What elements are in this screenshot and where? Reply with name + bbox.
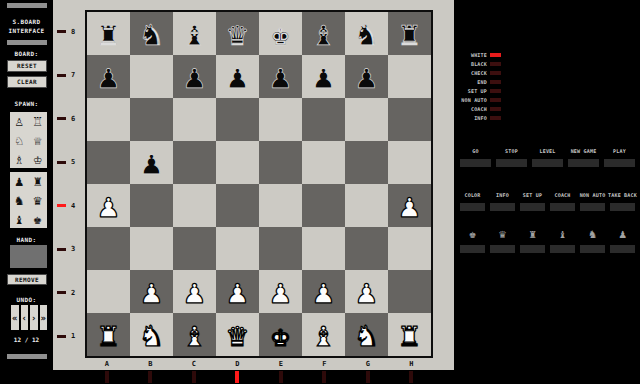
redo-to-end-button[interactable]: » [40, 305, 48, 330]
led-label-check: CHECK [471, 70, 487, 76]
rank-cursor-dash-8 [57, 30, 66, 33]
square-g5[interactable] [345, 141, 388, 184]
piece-wr: ♜ [400, 318, 420, 351]
undo-step-button[interactable]: ‹ [21, 305, 29, 330]
piece-bp: ♟ [228, 60, 248, 93]
file-tick-holder-a [85, 371, 129, 384]
king-button-icon: ♚ [469, 227, 476, 241]
level-button[interactable] [532, 159, 563, 167]
ctrl-label-go: GO [472, 148, 478, 154]
file-label-f: F [303, 359, 347, 370]
rank-cursor-dash-6 [57, 117, 66, 120]
file-cursor-tick-g [366, 371, 370, 383]
go-button[interactable] [460, 159, 491, 167]
piece-wn: ♞ [357, 318, 377, 351]
rank-cursor-dash-4 [57, 204, 66, 207]
spawn-white-palette: ♙♖♘♕♗♔ [10, 112, 47, 168]
led-row-check: CHECK [454, 68, 501, 77]
led-row-coach: COACH [454, 104, 501, 113]
rank-label-4: 4 [71, 202, 75, 210]
led-label-black: BLACK [471, 61, 487, 67]
square-c3[interactable] [173, 227, 216, 270]
rook-button-icon: ♜ [529, 227, 536, 241]
square-a6[interactable] [87, 98, 130, 141]
rank-row-4: 4 [53, 184, 85, 228]
piece-bb: ♝ [314, 17, 334, 50]
knight-button-group: ♞ [580, 227, 605, 253]
square-d1[interactable]: ♛ [216, 313, 259, 356]
square-h4[interactable]: ♟ [388, 184, 431, 227]
left-sidebar: S.BOARD INTERFACE BOARD: RESET CLEAR SPA… [0, 0, 53, 384]
square-a1[interactable]: ♜ [87, 313, 130, 356]
ctrl-label-set-up: SET UP [523, 192, 542, 198]
square-c7[interactable]: ♟ [173, 55, 216, 98]
piece-bp: ♟ [142, 146, 162, 179]
queen-button-group: ♛ [490, 227, 515, 253]
square-c2[interactable]: ♟ [173, 270, 216, 313]
piece-wb: ♝ [185, 318, 205, 351]
piece-wp: ♟ [142, 275, 162, 308]
square-g1[interactable]: ♞ [345, 313, 388, 356]
led-check [490, 71, 501, 75]
ctrl-new-game: NEW GAME [568, 148, 599, 167]
square-a7[interactable]: ♟ [87, 55, 130, 98]
color-button[interactable] [460, 203, 485, 211]
led-label-coach: COACH [471, 106, 487, 112]
rank-row-1: 1 [53, 315, 85, 359]
reset-button[interactable]: RESET [7, 60, 47, 72]
spawn-black-rook[interactable]: ♜ [29, 172, 48, 191]
led-label-set-up: SET UP [468, 88, 487, 94]
square-g8[interactable]: ♞ [345, 12, 388, 55]
spawn-white-bishop[interactable]: ♗ [10, 149, 29, 168]
piece-wp: ♟ [271, 275, 291, 308]
piece-wr: ♜ [99, 318, 119, 351]
led-coach [490, 107, 501, 111]
app-title-line1: S.BOARD [0, 17, 53, 26]
undo-controls: «‹›» [11, 305, 47, 330]
remove-button[interactable]: REMOVE [7, 274, 47, 285]
square-h1[interactable]: ♜ [388, 313, 431, 356]
spawn-white-queen[interactable]: ♕ [29, 131, 48, 150]
right-sidebar: WHITEBLACKCHECKENDSET UPNON AUTOCOACHINF… [454, 0, 640, 384]
ctrl-take-back: TAKE BACK [610, 192, 635, 211]
rank-cursor-dash-3 [57, 248, 66, 251]
square-b2[interactable]: ♟ [130, 270, 173, 313]
file-labels: ABCDEFGH [85, 359, 433, 370]
file-tick-holder-c [172, 371, 216, 384]
led-row-white: WHITE [454, 50, 501, 59]
square-g2[interactable]: ♟ [345, 270, 388, 313]
spawn-black-queen[interactable]: ♛ [29, 191, 48, 210]
spawn-white-rook[interactable]: ♖ [29, 112, 48, 131]
square-d2[interactable]: ♟ [216, 270, 259, 313]
square-a3[interactable] [87, 227, 130, 270]
square-a2[interactable] [87, 270, 130, 313]
file-label-g: G [346, 359, 390, 370]
piece-bp: ♟ [357, 60, 377, 93]
piece-wp: ♟ [228, 275, 248, 308]
square-h8[interactable]: ♜ [388, 12, 431, 55]
file-label-c: C [172, 359, 216, 370]
stop-button[interactable] [496, 159, 527, 167]
square-b8[interactable]: ♞ [130, 12, 173, 55]
app-title-line2: INTERFACE [0, 26, 53, 35]
ctrl-label-new-game: NEW GAME [571, 148, 597, 154]
spawn-white-pawn[interactable]: ♙ [10, 112, 29, 131]
rook-button[interactable] [520, 245, 545, 253]
square-f5[interactable] [302, 141, 345, 184]
rank-row-6: 6 [53, 97, 85, 141]
file-cursor-tick-a [105, 371, 109, 383]
file-tick-holder-g [346, 371, 390, 384]
piece-wb: ♝ [314, 318, 334, 351]
piece-wp: ♟ [99, 189, 119, 222]
ctrl-stop: STOP [496, 148, 527, 167]
file-label-e: E [259, 359, 303, 370]
piece-bn: ♞ [357, 17, 377, 50]
ctrl-go: GO [460, 148, 491, 167]
square-a8[interactable]: ♜ [87, 12, 130, 55]
redo-step-button[interactable]: › [30, 305, 38, 330]
square-h6[interactable] [388, 98, 431, 141]
ctrl-label-play: PLAY [613, 148, 626, 154]
led-row-non-auto: NON AUTO [454, 95, 501, 104]
sboard-interface-app: 87654321 ♜♞♝♛♚♝♞♜♟♟♟♟♟♟♟♟♟♟♟♟♟♟♟♜♞♝♛♚♝♞♜… [0, 0, 640, 384]
piece-bp: ♟ [314, 60, 334, 93]
square-h3[interactable] [388, 227, 431, 270]
rank-row-7: 7 [53, 54, 85, 98]
piece-bp: ♟ [271, 60, 291, 93]
rank-label-6: 6 [71, 115, 75, 123]
square-h2[interactable] [388, 270, 431, 313]
square-e7[interactable]: ♟ [259, 55, 302, 98]
status-led-panel: WHITEBLACKCHECKENDSET UPNON AUTOCOACHINF… [454, 50, 501, 122]
piece-bq: ♛ [228, 17, 248, 50]
ctrl-label-stop: STOP [505, 148, 518, 154]
pawn-button[interactable] [610, 245, 635, 253]
square-h5[interactable] [388, 141, 431, 184]
undo-to-start-button[interactable]: « [11, 305, 19, 330]
spawn-black-king[interactable]: ♚ [29, 209, 48, 228]
square-c1[interactable]: ♝ [173, 313, 216, 356]
piece-wn: ♞ [142, 318, 162, 351]
queen-button-icon: ♛ [499, 227, 506, 241]
ctrl-label-take-back: TAKE BACK [608, 192, 637, 198]
led-info [490, 116, 501, 120]
new-game-button[interactable] [568, 159, 599, 167]
rank-cursor-dash-2 [57, 291, 66, 294]
ctrl-play: PLAY [604, 148, 635, 167]
square-g7[interactable]: ♟ [345, 55, 388, 98]
ctrl-level: LEVEL [532, 148, 563, 167]
spawn-black-knight[interactable]: ♞ [10, 191, 29, 210]
divider-bar [7, 3, 47, 8]
square-f3[interactable] [302, 227, 345, 270]
square-d7[interactable]: ♟ [216, 55, 259, 98]
file-cursor-tick-h [409, 371, 413, 383]
take-back-button[interactable] [610, 203, 635, 211]
rank-labels: 87654321 [53, 10, 85, 358]
info-button[interactable] [490, 203, 515, 211]
square-e4[interactable] [259, 184, 302, 227]
square-b6[interactable] [130, 98, 173, 141]
piece-wp: ♟ [357, 275, 377, 308]
file-cursor-tick-d [235, 371, 239, 383]
rank-row-3: 3 [53, 228, 85, 272]
king-button-group: ♚ [460, 227, 485, 253]
square-g4[interactable] [345, 184, 388, 227]
piece-wq: ♛ [228, 318, 248, 351]
square-e6[interactable] [259, 98, 302, 141]
ctrl-non-auto: NON AUTO [580, 192, 605, 211]
led-row-black: BLACK [454, 59, 501, 68]
rank-row-8: 8 [53, 10, 85, 54]
rank-row-2: 2 [53, 271, 85, 315]
square-c6[interactable] [173, 98, 216, 141]
file-label-b: B [129, 359, 173, 370]
file-tick-holder-d [216, 371, 260, 384]
file-cursor-tick-f [322, 371, 326, 383]
rank-label-8: 8 [71, 28, 75, 36]
king-button[interactable] [460, 245, 485, 253]
square-d6[interactable] [216, 98, 259, 141]
rook-button-group: ♜ [520, 227, 545, 253]
led-label-info: INFO [474, 115, 487, 121]
square-d8[interactable]: ♛ [216, 12, 259, 55]
clear-button[interactable]: CLEAR [7, 76, 47, 88]
spawn-black-pawn[interactable]: ♟ [10, 172, 29, 191]
square-g3[interactable] [345, 227, 388, 270]
piece-wk: ♚ [271, 318, 291, 351]
square-f7[interactable]: ♟ [302, 55, 345, 98]
piece-wp: ♟ [185, 275, 205, 308]
bishop-button-group: ♝ [550, 227, 575, 253]
led-white [490, 53, 501, 57]
board-section-label: BOARD: [0, 50, 53, 57]
piece-br: ♜ [99, 17, 119, 50]
pawn-button-group: ♟ [610, 227, 635, 253]
square-e8[interactable]: ♚ [259, 12, 302, 55]
piece-bp: ♟ [99, 60, 119, 93]
led-label-non-auto: NON AUTO [461, 97, 487, 103]
piece-bn: ♞ [142, 17, 162, 50]
square-f8[interactable]: ♝ [302, 12, 345, 55]
rank-label-7: 7 [71, 71, 75, 79]
square-a5[interactable] [87, 141, 130, 184]
piece-br: ♜ [400, 17, 420, 50]
knight-button[interactable] [580, 245, 605, 253]
ctrl-coach: COACH [550, 192, 575, 211]
square-d3[interactable] [216, 227, 259, 270]
play-button[interactable] [604, 159, 635, 167]
rank-label-5: 5 [71, 158, 75, 166]
square-h7[interactable] [388, 55, 431, 98]
hand-section-label: HAND: [0, 236, 53, 243]
bishop-button-icon: ♝ [559, 227, 566, 241]
file-tick-holder-h [390, 371, 434, 384]
square-b3[interactable] [130, 227, 173, 270]
ctrl-set-up: SET UP [520, 192, 545, 211]
square-d4[interactable] [216, 184, 259, 227]
square-f4[interactable] [302, 184, 345, 227]
led-black [490, 62, 501, 66]
pawn-button-icon: ♟ [619, 227, 626, 241]
rank-label-1: 1 [71, 332, 75, 340]
coach-button[interactable] [550, 203, 575, 211]
file-label-h: H [390, 359, 434, 370]
file-label-a: A [85, 359, 129, 370]
square-c8[interactable]: ♝ [173, 12, 216, 55]
square-f1[interactable]: ♝ [302, 313, 345, 356]
led-non-auto [490, 98, 501, 102]
knight-button-icon: ♞ [589, 227, 596, 241]
file-tick-holder-e [259, 371, 303, 384]
square-c4[interactable] [173, 184, 216, 227]
led-set-up [490, 89, 501, 93]
spawn-section-label: SPAWN: [0, 100, 53, 107]
square-e3[interactable] [259, 227, 302, 270]
undo-section-label: UNDO: [0, 296, 53, 303]
rank-cursor-dash-7 [57, 74, 66, 77]
queen-button[interactable] [490, 245, 515, 253]
bishop-button[interactable] [550, 245, 575, 253]
file-label-d: D [216, 359, 260, 370]
ctrl-label-color: COLOR [464, 192, 480, 198]
rank-cursor-dash-5 [57, 161, 66, 164]
set-up-button[interactable] [520, 203, 545, 211]
control-row-primary: GOSTOPLEVELNEW GAMEPLAY [460, 148, 635, 167]
led-row-end: END [454, 77, 501, 86]
rank-row-5: 5 [53, 141, 85, 185]
hand-box[interactable] [10, 245, 47, 268]
square-e5[interactable] [259, 141, 302, 184]
led-label-white: WHITE [471, 52, 487, 58]
square-d5[interactable] [216, 141, 259, 184]
led-end [490, 80, 501, 84]
divider-bar [7, 40, 47, 45]
file-tick-holder-f [303, 371, 347, 384]
piece-bk: ♚ [271, 17, 291, 50]
file-tick-holder-b [129, 371, 173, 384]
spawn-white-knight[interactable]: ♘ [10, 131, 29, 150]
led-row-set-up: SET UP [454, 86, 501, 95]
ctrl-info: INFO [490, 192, 515, 211]
piece-button-row: ♚♛♜♝♞♟ [460, 227, 635, 253]
square-c5[interactable] [173, 141, 216, 184]
rank-label-2: 2 [71, 289, 75, 297]
ctrl-color: COLOR [460, 192, 485, 211]
led-row-info: INFO [454, 113, 501, 122]
control-row-secondary: COLORINFOSET UPCOACHNON AUTOTAKE BACK [460, 192, 635, 211]
square-f6[interactable] [302, 98, 345, 141]
piece-bp: ♟ [185, 60, 205, 93]
file-cursor-tick-e [279, 371, 283, 383]
piece-bb: ♝ [185, 17, 205, 50]
non-auto-button[interactable] [580, 203, 605, 211]
ctrl-label-info: INFO [496, 192, 509, 198]
spawn-white-king[interactable]: ♔ [29, 149, 48, 168]
square-a4[interactable]: ♟ [87, 184, 130, 227]
file-cursor-tick-b [148, 371, 152, 383]
square-b1[interactable]: ♞ [130, 313, 173, 356]
ctrl-label-level: LEVEL [539, 148, 555, 154]
square-b4[interactable] [130, 184, 173, 227]
led-label-end: END [477, 79, 487, 85]
square-e1[interactable]: ♚ [259, 313, 302, 356]
file-cursor-ticks [85, 371, 433, 384]
ctrl-label-coach: COACH [554, 192, 570, 198]
spawn-black-bishop[interactable]: ♝ [10, 209, 29, 228]
chess-board: ♜♞♝♛♚♝♞♜♟♟♟♟♟♟♟♟♟♟♟♟♟♟♟♜♞♝♛♚♝♞♜ [85, 10, 433, 358]
divider-bar [7, 354, 47, 359]
square-b5[interactable]: ♟ [130, 141, 173, 184]
square-f2[interactable]: ♟ [302, 270, 345, 313]
square-g6[interactable] [345, 98, 388, 141]
app-title: S.BOARD INTERFACE [0, 17, 53, 35]
piece-wp: ♟ [314, 275, 334, 308]
file-cursor-tick-c [192, 371, 196, 383]
rank-label-3: 3 [71, 245, 75, 253]
rank-cursor-dash-1 [57, 335, 66, 338]
piece-wp: ♟ [400, 189, 420, 222]
square-b7[interactable] [130, 55, 173, 98]
undo-counter: 12 / 12 [0, 336, 53, 343]
spawn-black-palette: ♟♜♞♛♝♚ [10, 172, 47, 228]
square-e2[interactable]: ♟ [259, 270, 302, 313]
ctrl-label-non-auto: NON AUTO [580, 192, 606, 198]
